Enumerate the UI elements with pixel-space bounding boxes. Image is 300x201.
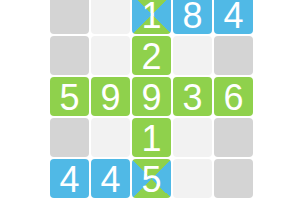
cell-r5c3[interactable]: 5	[132, 159, 171, 198]
cell-digit: 5	[141, 162, 161, 198]
cell-r1c2	[91, 0, 130, 34]
cell-r5c4	[173, 159, 212, 198]
cell-r4c4	[173, 118, 212, 157]
cell-digit: 4	[223, 0, 243, 34]
cell-digit: 4	[100, 162, 120, 198]
cell-r1c5[interactable]: 4	[214, 0, 253, 34]
cell-r4c1	[50, 118, 89, 157]
cell-digit: 9	[100, 80, 120, 116]
cell-r3c1[interactable]: 5	[50, 77, 89, 116]
cell-r2c1	[50, 36, 89, 75]
cell-r5c2[interactable]: 4	[91, 159, 130, 198]
cell-r1c1	[50, 0, 89, 34]
cell-digit: 9	[141, 80, 161, 116]
cell-digit: 6	[223, 80, 243, 116]
cell-r2c4	[173, 36, 212, 75]
cell-r1c4[interactable]: 8	[173, 0, 212, 34]
cell-r2c5	[214, 36, 253, 75]
cell-digit: 1	[141, 121, 161, 157]
cell-r4c5	[214, 118, 253, 157]
cell-r3c2[interactable]: 9	[91, 77, 130, 116]
cell-r3c5[interactable]: 6	[214, 77, 253, 116]
cell-r1c3[interactable]: 1	[132, 0, 171, 34]
cell-digit: 2	[141, 39, 161, 75]
cell-r5c5	[214, 159, 253, 198]
cell-digit: 5	[59, 80, 79, 116]
cell-r4c3[interactable]: 1	[132, 118, 171, 157]
cell-digit: 3	[182, 80, 202, 116]
puzzle-board: 1842599361445	[50, 0, 253, 198]
cell-r3c4[interactable]: 3	[173, 77, 212, 116]
cell-digit: 4	[59, 162, 79, 198]
cell-r4c2	[91, 118, 130, 157]
cell-r5c1[interactable]: 4	[50, 159, 89, 198]
cell-r3c3[interactable]: 9	[132, 77, 171, 116]
puzzle-stage: 1842599361445	[0, 0, 300, 201]
cell-digit: 8	[182, 0, 202, 34]
cell-digit: 1	[141, 0, 161, 34]
cell-r2c2	[91, 36, 130, 75]
cell-r2c3[interactable]: 2	[132, 36, 171, 75]
